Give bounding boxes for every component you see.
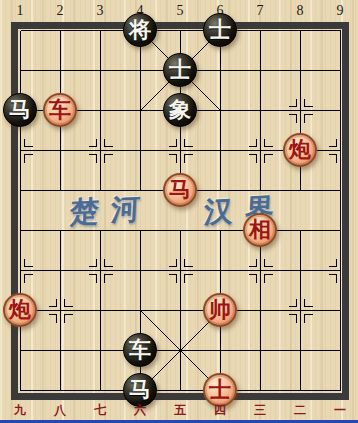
xiangqi-board: 123456789 楚河 汉界 将士士马车象炮马相炮帅车马士 九八七六五四三二一 — [0, 0, 358, 423]
piece-red-general[interactable]: 帅 — [203, 293, 237, 327]
piece-black-horse[interactable]: 马 — [3, 93, 37, 127]
piece-black-chariot[interactable]: 车 — [123, 333, 157, 367]
piece-red-cannon[interactable]: 炮 — [283, 133, 317, 167]
piece-red-chariot[interactable]: 车 — [43, 93, 77, 127]
piece-black-advisor[interactable]: 士 — [163, 53, 197, 87]
file-label-bottom-2: 八 — [40, 402, 80, 419]
piece-black-general[interactable]: 将 — [123, 13, 157, 47]
piece-red-elephant[interactable]: 相 — [243, 213, 277, 247]
file-label-bottom-3: 七 — [80, 402, 120, 419]
file-label-bottom-8: 二 — [280, 402, 320, 419]
file-label-bottom-9: 一 — [320, 402, 358, 419]
file-label-bottom-1: 九 — [0, 402, 40, 419]
piece-black-elephant[interactable]: 象 — [163, 93, 197, 127]
file-label-bottom-6: 四 — [200, 402, 240, 419]
piece-red-horse[interactable]: 马 — [163, 173, 197, 207]
file-label-bottom-4: 六 — [120, 402, 160, 419]
piece-black-advisor[interactable]: 士 — [203, 13, 237, 47]
file-labels-bottom: 九八七六五四三二一 — [0, 402, 358, 418]
board-pieces[interactable]: 将士士马车象炮马相炮帅车马士 — [0, 10, 358, 410]
file-label-bottom-5: 五 — [160, 402, 200, 419]
piece-red-cannon[interactable]: 炮 — [3, 293, 37, 327]
file-label-bottom-7: 三 — [240, 402, 280, 419]
